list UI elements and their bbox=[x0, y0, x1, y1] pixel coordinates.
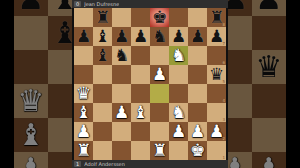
square-d2[interactable] bbox=[131, 122, 150, 141]
square-b7[interactable]: ♝ bbox=[93, 27, 112, 46]
square-g8[interactable] bbox=[188, 8, 207, 27]
bg-square-a5 bbox=[14, 50, 48, 84]
piece-white-bishop: ♝ bbox=[76, 104, 91, 121]
square-e7[interactable]: ♞ bbox=[150, 27, 169, 46]
square-a3[interactable]: ♝ bbox=[74, 103, 93, 122]
square-f6[interactable]: ♞ bbox=[169, 46, 188, 65]
bg-piece-black-pawn: ♟ bbox=[18, 0, 45, 14]
square-c1[interactable] bbox=[112, 141, 131, 160]
square-a2[interactable]: ♟ bbox=[74, 122, 93, 141]
piece-black-knight: ♞ bbox=[152, 28, 167, 45]
square-a8[interactable] bbox=[74, 8, 93, 27]
square-g6[interactable] bbox=[188, 46, 207, 65]
bg-piece-black-pawn: ♟ bbox=[256, 0, 283, 14]
square-e6[interactable] bbox=[150, 46, 169, 65]
square-b5[interactable] bbox=[93, 65, 112, 84]
square-g7[interactable]: ♟ bbox=[188, 27, 207, 46]
bg-square-h7: ♟ bbox=[252, 0, 286, 16]
piece-black-pawn: ♟ bbox=[133, 28, 148, 45]
square-h5[interactable]: ♛5 bbox=[207, 65, 226, 84]
square-c3[interactable]: ♟ bbox=[112, 103, 131, 122]
square-g5[interactable] bbox=[188, 65, 207, 84]
square-e2[interactable] bbox=[150, 122, 169, 141]
piece-black-bishop: ♝ bbox=[95, 28, 110, 45]
bottom-player-score-badge: 1 bbox=[74, 161, 81, 167]
bg-piece-white-bishop: ♝ bbox=[18, 120, 45, 150]
square-e4[interactable] bbox=[150, 84, 169, 103]
piece-black-knight: ♞ bbox=[114, 47, 129, 64]
piece-white-knight: ♞ bbox=[171, 47, 186, 64]
square-b6[interactable]: ♝ bbox=[93, 46, 112, 65]
bg-square-h4 bbox=[252, 84, 286, 118]
square-e3[interactable] bbox=[150, 103, 169, 122]
square-d8[interactable] bbox=[131, 8, 150, 27]
bg-square-a4: ♛ bbox=[14, 84, 48, 118]
square-d1[interactable] bbox=[131, 141, 150, 160]
square-h6[interactable]: 6 bbox=[207, 46, 226, 65]
bg-piece-black-queen: ♛ bbox=[256, 52, 283, 82]
square-c5[interactable] bbox=[112, 65, 131, 84]
piece-white-king: ♚ bbox=[190, 142, 205, 159]
square-h4[interactable]: 4 bbox=[207, 84, 226, 103]
square-a1[interactable]: ♜ bbox=[74, 141, 93, 160]
piece-white-bishop: ♝ bbox=[133, 104, 148, 121]
square-a6[interactable] bbox=[74, 46, 93, 65]
square-f3[interactable]: ♞ bbox=[169, 103, 188, 122]
square-c8[interactable] bbox=[112, 8, 131, 27]
square-d7[interactable]: ♟ bbox=[131, 27, 150, 46]
square-f4[interactable] bbox=[169, 84, 188, 103]
square-d6[interactable] bbox=[131, 46, 150, 65]
piece-black-pawn: ♟ bbox=[114, 28, 129, 45]
square-g4[interactable] bbox=[188, 84, 207, 103]
square-g2[interactable]: ♟ bbox=[188, 122, 207, 141]
chess-board[interactable]: ♜♚♜8♟♝♟♟♞♟♟♟7♝♞♞6♟♛5♛4♝♟♝♞3♟♟♟♟2♜♜♚1 bbox=[74, 8, 226, 160]
bottom-player-bar: 1 Adolf Anderssen bbox=[72, 160, 228, 168]
square-b2[interactable] bbox=[93, 122, 112, 141]
bg-piece-white-pawn: ♟ bbox=[256, 154, 283, 168]
bg-square-h2: ♟ bbox=[252, 152, 286, 168]
piece-white-pawn: ♟ bbox=[114, 104, 129, 121]
bg-square-a6 bbox=[14, 16, 48, 50]
bg-square-a7: ♟ bbox=[14, 0, 48, 16]
square-a7[interactable]: ♟ bbox=[74, 27, 93, 46]
square-c6[interactable]: ♞ bbox=[112, 46, 131, 65]
square-e1[interactable]: ♜ bbox=[150, 141, 169, 160]
piece-white-queen: ♛ bbox=[76, 85, 91, 102]
piece-black-bishop: ♝ bbox=[95, 47, 110, 64]
square-h1[interactable]: 1 bbox=[207, 141, 226, 160]
square-a5[interactable] bbox=[74, 65, 93, 84]
top-player-bar: 0 Jean Dufresne bbox=[72, 0, 228, 8]
square-h2[interactable]: ♟2 bbox=[207, 122, 226, 141]
square-g3[interactable] bbox=[188, 103, 207, 122]
video-frame: ♜♚♜♟♝♟♟♞♟♟♟♝♞♞♟♛♛♝♟♝♞♟♟♟♟♜♜♚ 0 Jean Dufr… bbox=[0, 0, 300, 168]
piece-black-pawn: ♟ bbox=[171, 28, 186, 45]
piece-black-pawn: ♟ bbox=[76, 28, 91, 45]
square-h8[interactable]: ♜8 bbox=[207, 8, 226, 27]
square-a4[interactable]: ♛ bbox=[74, 84, 93, 103]
top-player-name: Jean Dufresne bbox=[84, 0, 119, 8]
bg-square-h6 bbox=[252, 16, 286, 50]
square-b4[interactable] bbox=[93, 84, 112, 103]
square-c7[interactable]: ♟ bbox=[112, 27, 131, 46]
square-e5[interactable]: ♟ bbox=[150, 65, 169, 84]
square-b3[interactable] bbox=[93, 103, 112, 122]
piece-white-pawn: ♟ bbox=[171, 123, 186, 140]
game-panel: 0 Jean Dufresne ♜♚♜8♟♝♟♟♞♟♟♟7♝♞♞6♟♛5♛4♝♟… bbox=[72, 0, 228, 168]
bottom-player-name: Adolf Anderssen bbox=[84, 160, 125, 168]
square-h7[interactable]: ♟7 bbox=[207, 27, 226, 46]
square-f1[interactable] bbox=[169, 141, 188, 160]
piece-white-rook: ♜ bbox=[76, 142, 91, 159]
bg-square-a3: ♝ bbox=[14, 118, 48, 152]
square-f8[interactable] bbox=[169, 8, 188, 27]
square-d3[interactable]: ♝ bbox=[131, 103, 150, 122]
square-h3[interactable]: 3 bbox=[207, 103, 226, 122]
square-c4[interactable] bbox=[112, 84, 131, 103]
piece-white-pawn: ♟ bbox=[76, 123, 91, 140]
square-d4[interactable] bbox=[131, 84, 150, 103]
square-b8[interactable]: ♜ bbox=[93, 8, 112, 27]
piece-black-pawn: ♟ bbox=[190, 28, 205, 45]
square-g1[interactable]: ♚ bbox=[188, 141, 207, 160]
piece-white-rook: ♜ bbox=[152, 142, 167, 159]
piece-black-rook: ♜ bbox=[95, 9, 110, 26]
bg-square-a2: ♟ bbox=[14, 152, 48, 168]
square-c2[interactable] bbox=[112, 122, 131, 141]
piece-white-pawn: ♟ bbox=[190, 123, 205, 140]
square-d5[interactable] bbox=[131, 65, 150, 84]
square-b1[interactable] bbox=[93, 141, 112, 160]
piece-white-pawn: ♟ bbox=[152, 66, 167, 83]
square-f5[interactable] bbox=[169, 65, 188, 84]
top-player-score-badge: 0 bbox=[74, 1, 81, 7]
square-f7[interactable]: ♟ bbox=[169, 27, 188, 46]
bg-square-h5: ♛ bbox=[252, 50, 286, 84]
piece-black-king: ♚ bbox=[152, 9, 167, 26]
piece-white-knight: ♞ bbox=[171, 104, 186, 121]
square-f2[interactable]: ♟ bbox=[169, 122, 188, 141]
square-e8[interactable]: ♚ bbox=[150, 8, 169, 27]
rank-coordinate-1: 1 bbox=[222, 156, 225, 160]
bg-square-h3 bbox=[252, 118, 286, 152]
bg-piece-white-queen: ♛ bbox=[18, 86, 45, 116]
bg-piece-white-pawn: ♟ bbox=[18, 154, 45, 168]
